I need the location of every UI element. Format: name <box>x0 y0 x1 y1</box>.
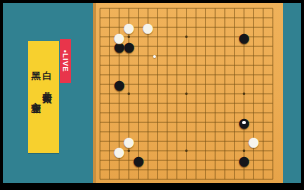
go-board[interactable]: ●●●●●●●●●●●●● <box>93 3 283 183</box>
live-badge: •LIVE <box>60 39 71 83</box>
black-player-name: 卞相壹 <box>32 94 42 96</box>
live-label: •LIVE <box>61 50 70 72</box>
board-grid <box>96 3 283 183</box>
player-panel <box>28 41 60 153</box>
white-player-name: 井山裕太 <box>43 83 53 87</box>
cursor-dot <box>153 55 156 58</box>
studio-background: 白 井山裕太 黑 卞相壹 •LIVE ●●●●●●●●●●●●● <box>3 3 301 183</box>
broadcast-frame: 白 井山裕太 黑 卞相壹 •LIVE ●●●●●●●●●●●●● <box>0 0 304 190</box>
